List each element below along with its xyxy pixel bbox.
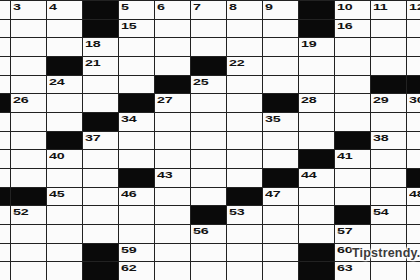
white-cell[interactable] (0, 112, 10, 131)
white-cell[interactable] (298, 187, 334, 206)
white-cell[interactable] (154, 149, 190, 168)
black-cell (82, 0, 118, 19)
black-cell (118, 168, 154, 187)
white-cell[interactable] (406, 149, 420, 168)
clue-number: 38 (373, 133, 388, 143)
black-cell (226, 187, 262, 206)
black-cell (298, 0, 334, 19)
white-cell[interactable] (190, 131, 226, 150)
clue-number: 53 (229, 207, 244, 217)
white-cell[interactable] (190, 168, 226, 187)
white-cell[interactable] (190, 93, 226, 112)
white-cell[interactable] (118, 131, 154, 150)
white-cell[interactable]: 38 (370, 131, 406, 150)
black-cell (298, 149, 334, 168)
white-cell[interactable]: 12 (406, 0, 420, 19)
white-cell[interactable]: 45 (46, 187, 82, 206)
clue-number: 27 (157, 95, 172, 105)
white-cell[interactable] (334, 56, 370, 75)
white-cell[interactable] (226, 168, 262, 187)
black-cell (298, 19, 334, 38)
clue-number: 62 (121, 263, 136, 273)
white-cell[interactable] (370, 112, 406, 131)
black-cell (0, 187, 10, 206)
white-cell[interactable] (262, 19, 298, 38)
white-cell[interactable] (370, 261, 406, 280)
black-cell (370, 75, 406, 94)
white-cell[interactable] (406, 56, 420, 75)
white-cell[interactable] (118, 75, 154, 94)
white-cell[interactable] (370, 187, 406, 206)
white-cell[interactable] (190, 112, 226, 131)
white-cell[interactable] (226, 261, 262, 280)
white-cell[interactable]: 28 (298, 93, 334, 112)
white-cell[interactable] (406, 37, 420, 56)
white-cell[interactable] (190, 243, 226, 262)
white-cell[interactable]: 62 (118, 261, 154, 280)
clue-number: 63 (337, 263, 352, 273)
white-cell[interactable]: 15 (118, 19, 154, 38)
clue-number: 5 (121, 2, 129, 12)
white-cell[interactable]: 29 (370, 93, 406, 112)
white-cell[interactable] (190, 187, 226, 206)
black-cell (46, 131, 82, 150)
white-cell[interactable] (262, 205, 298, 224)
white-cell[interactable] (118, 56, 154, 75)
white-cell[interactable] (334, 187, 370, 206)
white-cell[interactable]: 56 (190, 224, 226, 243)
clue-number: 28 (301, 95, 316, 105)
white-cell[interactable] (82, 224, 118, 243)
white-cell[interactable]: 30 (406, 93, 420, 112)
clue-number: 37 (85, 133, 100, 143)
clue-number: 6 (157, 2, 165, 12)
white-cell[interactable] (10, 243, 46, 262)
white-cell[interactable]: 52 (10, 205, 46, 224)
watermark: Tipstrendy.co (352, 246, 420, 260)
white-cell[interactable] (298, 205, 334, 224)
white-cell[interactable] (298, 56, 334, 75)
white-cell[interactable]: 11 (370, 0, 406, 19)
white-cell[interactable] (0, 19, 10, 38)
clue-number: 30 (409, 95, 420, 105)
black-cell (262, 93, 298, 112)
white-cell[interactable]: 4 (46, 0, 82, 19)
white-cell[interactable] (370, 168, 406, 187)
clue-number: 34 (121, 114, 136, 124)
clue-number: 59 (121, 245, 136, 255)
white-cell[interactable] (154, 37, 190, 56)
white-cell[interactable] (0, 131, 10, 150)
white-cell[interactable] (226, 19, 262, 38)
white-cell[interactable] (262, 37, 298, 56)
white-cell[interactable] (10, 131, 46, 150)
white-cell[interactable] (370, 19, 406, 38)
white-cell[interactable] (334, 75, 370, 94)
white-cell[interactable] (406, 224, 420, 243)
white-cell[interactable] (154, 56, 190, 75)
white-cell[interactable] (0, 56, 10, 75)
clue-number: 8 (229, 2, 237, 12)
white-cell[interactable] (262, 131, 298, 150)
white-cell[interactable] (190, 261, 226, 280)
white-cell[interactable] (10, 75, 46, 94)
white-cell[interactable]: 22 (226, 56, 262, 75)
white-cell[interactable] (46, 37, 82, 56)
clue-number: 52 (13, 207, 28, 217)
clue-number: 56 (193, 226, 208, 236)
white-cell[interactable] (154, 131, 190, 150)
white-cell[interactable]: 34 (118, 112, 154, 131)
black-cell (0, 93, 10, 112)
white-cell[interactable] (334, 93, 370, 112)
white-cell[interactable] (370, 37, 406, 56)
black-cell (406, 75, 420, 94)
clue-number: 47 (265, 189, 280, 199)
white-cell[interactable] (406, 19, 420, 38)
clue-number: 29 (373, 95, 388, 105)
black-cell (190, 205, 226, 224)
clue-number: 22 (229, 58, 244, 68)
clue-number: 40 (49, 151, 64, 161)
white-cell[interactable] (406, 131, 420, 150)
black-cell (334, 205, 370, 224)
white-cell[interactable] (0, 243, 10, 262)
white-cell[interactable]: 43 (154, 168, 190, 187)
clue-number: 35 (265, 114, 280, 124)
white-cell[interactable] (0, 0, 10, 19)
white-cell[interactable] (118, 205, 154, 224)
white-cell[interactable] (226, 75, 262, 94)
white-cell[interactable] (334, 37, 370, 56)
black-cell (46, 56, 82, 75)
white-cell[interactable] (0, 205, 10, 224)
white-cell[interactable] (46, 168, 82, 187)
clue-number: 48 (409, 189, 420, 199)
white-cell[interactable] (10, 112, 46, 131)
white-cell[interactable] (262, 149, 298, 168)
clue-number: 60 (337, 245, 352, 255)
clue-number: 9 (265, 2, 273, 12)
white-cell[interactable] (370, 56, 406, 75)
white-cell[interactable] (82, 75, 118, 94)
white-cell[interactable] (82, 187, 118, 206)
white-cell[interactable] (10, 56, 46, 75)
black-cell (82, 243, 118, 262)
white-cell[interactable] (298, 75, 334, 94)
white-cell[interactable]: 5 (118, 0, 154, 19)
clue-number: 19 (301, 39, 316, 49)
clue-number: 26 (13, 95, 28, 105)
white-cell[interactable] (154, 205, 190, 224)
white-cell[interactable]: 46 (118, 187, 154, 206)
white-cell[interactable] (226, 243, 262, 262)
white-cell[interactable]: 21 (82, 56, 118, 75)
white-cell[interactable] (10, 149, 46, 168)
crossword-puzzle-image: 3456789101112151618192122242526272829303… (0, 0, 420, 280)
white-cell[interactable] (82, 93, 118, 112)
white-cell[interactable]: 9 (262, 0, 298, 19)
white-cell[interactable] (226, 93, 262, 112)
white-cell[interactable] (46, 224, 82, 243)
white-cell[interactable]: 54 (370, 205, 406, 224)
white-cell[interactable]: 27 (154, 93, 190, 112)
white-cell[interactable] (46, 261, 82, 280)
white-cell[interactable]: 53 (226, 205, 262, 224)
white-cell[interactable] (226, 131, 262, 150)
white-cell[interactable] (46, 112, 82, 131)
white-cell[interactable] (154, 243, 190, 262)
white-cell[interactable] (10, 19, 46, 38)
white-cell[interactable] (82, 168, 118, 187)
clue-number: 15 (121, 21, 136, 31)
white-cell[interactable]: 25 (190, 75, 226, 94)
white-cell[interactable] (334, 112, 370, 131)
white-cell[interactable] (226, 112, 262, 131)
black-cell (10, 187, 46, 206)
black-cell (82, 112, 118, 131)
clue-number: 18 (85, 39, 100, 49)
white-cell[interactable]: 41 (334, 149, 370, 168)
white-cell[interactable] (46, 205, 82, 224)
white-cell[interactable] (262, 56, 298, 75)
white-cell[interactable] (190, 19, 226, 38)
black-cell (298, 261, 334, 280)
clue-number: 10 (337, 2, 352, 12)
clue-number: 45 (49, 189, 64, 199)
white-cell[interactable]: 63 (334, 261, 370, 280)
white-cell[interactable]: 24 (46, 75, 82, 94)
white-cell[interactable] (154, 261, 190, 280)
white-cell[interactable]: 40 (46, 149, 82, 168)
white-cell[interactable] (154, 19, 190, 38)
clue-number: 44 (301, 170, 316, 180)
white-cell[interactable] (406, 112, 420, 131)
white-cell[interactable]: 10 (334, 0, 370, 19)
black-cell (190, 56, 226, 75)
white-cell[interactable] (0, 224, 10, 243)
clue-number: 43 (157, 170, 172, 180)
white-cell[interactable] (226, 224, 262, 243)
white-cell[interactable]: 59 (118, 243, 154, 262)
white-cell[interactable]: 47 (262, 187, 298, 206)
crossword-grid: 3456789101112151618192122242526272829303… (0, 0, 420, 280)
white-cell[interactable] (298, 224, 334, 243)
white-cell[interactable] (0, 37, 10, 56)
white-cell[interactable] (10, 261, 46, 280)
white-cell[interactable] (406, 205, 420, 224)
white-cell[interactable] (190, 149, 226, 168)
white-cell[interactable] (154, 187, 190, 206)
clue-number: 25 (193, 77, 208, 87)
white-cell[interactable]: 3 (10, 0, 46, 19)
white-cell[interactable] (46, 243, 82, 262)
white-cell[interactable]: 48 (406, 187, 420, 206)
white-cell[interactable] (46, 93, 82, 112)
clue-number: 24 (49, 77, 64, 87)
clue-number: 54 (373, 207, 388, 217)
white-cell[interactable] (226, 149, 262, 168)
black-cell (154, 75, 190, 94)
black-cell (118, 93, 154, 112)
clue-number: 7 (193, 2, 201, 12)
white-cell[interactable]: 7 (190, 0, 226, 19)
white-cell[interactable]: 18 (82, 37, 118, 56)
white-cell[interactable] (262, 261, 298, 280)
clue-number: 41 (337, 151, 352, 161)
white-cell[interactable] (298, 112, 334, 131)
white-cell[interactable] (370, 224, 406, 243)
white-cell[interactable] (190, 37, 226, 56)
black-cell (82, 261, 118, 280)
white-cell[interactable] (0, 149, 10, 168)
white-cell[interactable] (118, 37, 154, 56)
white-cell[interactable] (298, 131, 334, 150)
white-cell[interactable] (46, 19, 82, 38)
white-cell[interactable] (226, 37, 262, 56)
white-cell[interactable] (10, 224, 46, 243)
black-cell (82, 19, 118, 38)
white-cell[interactable]: 16 (334, 19, 370, 38)
white-cell[interactable] (406, 261, 420, 280)
white-cell[interactable] (0, 261, 10, 280)
clue-number: 3 (13, 2, 21, 12)
white-cell[interactable] (82, 205, 118, 224)
clue-number: 57 (337, 226, 352, 236)
black-cell (334, 131, 370, 150)
white-cell[interactable] (262, 224, 298, 243)
white-cell[interactable] (0, 168, 10, 187)
white-cell[interactable] (10, 168, 46, 187)
clue-number: 12 (409, 2, 420, 12)
clue-number: 4 (49, 2, 57, 12)
white-cell[interactable] (0, 75, 10, 94)
white-cell[interactable]: 6 (154, 0, 190, 19)
white-cell[interactable] (82, 149, 118, 168)
white-cell[interactable]: 8 (226, 0, 262, 19)
white-cell[interactable] (334, 168, 370, 187)
black-cell (406, 168, 420, 187)
white-cell[interactable] (154, 224, 190, 243)
clue-number: 11 (373, 2, 387, 12)
white-cell[interactable] (10, 37, 46, 56)
white-cell[interactable] (118, 149, 154, 168)
white-cell[interactable]: 37 (82, 131, 118, 150)
clue-number: 21 (85, 58, 100, 68)
white-cell[interactable] (262, 243, 298, 262)
white-cell[interactable]: 26 (10, 93, 46, 112)
clue-number: 46 (121, 189, 136, 199)
white-cell[interactable] (154, 112, 190, 131)
white-cell[interactable]: 19 (298, 37, 334, 56)
white-cell[interactable]: 35 (262, 112, 298, 131)
white-cell[interactable]: 44 (298, 168, 334, 187)
clue-number: 16 (337, 21, 352, 31)
white-cell[interactable] (370, 149, 406, 168)
black-cell (298, 243, 334, 262)
black-cell (262, 168, 298, 187)
white-cell[interactable] (118, 224, 154, 243)
white-cell[interactable] (262, 75, 298, 94)
white-cell[interactable]: 57 (334, 224, 370, 243)
